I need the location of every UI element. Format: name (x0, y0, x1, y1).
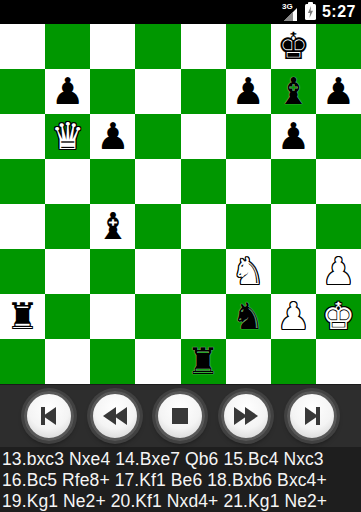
rewind-icon (104, 407, 126, 425)
white-pawn-h3: ♟ (322, 249, 355, 294)
playback-controls (0, 384, 361, 447)
square-f2[interactable]: ♞ (226, 294, 271, 339)
square-g1[interactable] (271, 339, 316, 384)
white-king-h2: ♚ (322, 294, 355, 339)
square-h5[interactable] (316, 159, 361, 204)
square-b5[interactable] (45, 159, 90, 204)
square-b8[interactable] (45, 24, 90, 69)
square-a7[interactable] (0, 69, 45, 114)
square-c4[interactable]: ♝ (90, 204, 135, 249)
square-a5[interactable] (0, 159, 45, 204)
square-a2[interactable]: ♜ (0, 294, 45, 339)
square-h6[interactable] (316, 114, 361, 159)
square-d4[interactable] (135, 204, 180, 249)
square-e4[interactable] (181, 204, 226, 249)
black-rook-e1: ♜ (186, 339, 219, 384)
square-e7[interactable] (181, 69, 226, 114)
black-knight-f2: ♞ (232, 294, 265, 339)
square-g5[interactable] (271, 159, 316, 204)
square-b6[interactable]: ♛ (45, 114, 90, 159)
move-list: 13.bxc3 Nxe4 14.Bxe7 Qb6 15.Bc4 Nxc3 16.… (0, 447, 361, 512)
square-b1[interactable] (45, 339, 90, 384)
square-c8[interactable] (90, 24, 135, 69)
square-b4[interactable] (45, 204, 90, 249)
square-e1[interactable]: ♜ (181, 339, 226, 384)
square-g6[interactable]: ♟ (271, 114, 316, 159)
square-f5[interactable] (226, 159, 271, 204)
square-b7[interactable]: ♟ (45, 69, 90, 114)
square-a6[interactable] (0, 114, 45, 159)
square-e8[interactable] (181, 24, 226, 69)
move-line-3: 19.Kg1 Ne2+ 20.Kf1 Nxd4+ 21.Kg1 Ne2+ (2, 491, 361, 512)
square-e5[interactable] (181, 159, 226, 204)
move-line-1: 13.bxc3 Nxe4 14.Bxe7 Qb6 15.Bc4 Nxc3 (2, 449, 361, 470)
square-a4[interactable] (0, 204, 45, 249)
square-f1[interactable] (226, 339, 271, 384)
square-c7[interactable] (90, 69, 135, 114)
square-c2[interactable] (90, 294, 135, 339)
square-f3[interactable]: ♞ (226, 249, 271, 294)
square-a3[interactable] (0, 249, 45, 294)
white-knight-f3: ♞ (232, 249, 265, 294)
square-d3[interactable] (135, 249, 180, 294)
square-d8[interactable] (135, 24, 180, 69)
black-king-g8: ♚ (277, 24, 310, 69)
square-h7[interactable]: ♟ (316, 69, 361, 114)
rewind-button[interactable] (90, 391, 140, 441)
square-d2[interactable] (135, 294, 180, 339)
square-b3[interactable] (45, 249, 90, 294)
square-f7[interactable]: ♟ (226, 69, 271, 114)
square-f8[interactable] (226, 24, 271, 69)
battery-charging-icon (305, 4, 316, 20)
square-d5[interactable] (135, 159, 180, 204)
black-bishop-c4: ♝ (96, 204, 129, 249)
square-a8[interactable] (0, 24, 45, 69)
square-h1[interactable] (316, 339, 361, 384)
move-line-2: 16.Bc5 Rfe8+ 17.Kf1 Be6 18.Bxb6 Bxc4+ (2, 470, 361, 491)
status-clock: 5:27 (322, 3, 356, 21)
square-d6[interactable] (135, 114, 180, 159)
square-h8[interactable] (316, 24, 361, 69)
square-a1[interactable] (0, 339, 45, 384)
square-g7[interactable]: ♝ (271, 69, 316, 114)
square-e2[interactable] (181, 294, 226, 339)
status-bar: 3G 5:27 (0, 0, 361, 24)
white-queen-b6: ♛ (51, 114, 84, 159)
square-g8[interactable]: ♚ (271, 24, 316, 69)
square-f6[interactable] (226, 114, 271, 159)
chess-board: ♚♟♟♝♟♛♟♟♝♞♟♜♞♟♚♜ (0, 24, 361, 384)
square-c1[interactable] (90, 339, 135, 384)
black-bishop-g7: ♝ (277, 69, 310, 114)
black-pawn-b7: ♟ (51, 69, 84, 114)
square-g3[interactable] (271, 249, 316, 294)
black-pawn-c6: ♟ (96, 114, 129, 159)
square-h2[interactable]: ♚ (316, 294, 361, 339)
square-g4[interactable] (271, 204, 316, 249)
square-c6[interactable]: ♟ (90, 114, 135, 159)
black-pawn-h7: ♟ (322, 69, 355, 114)
square-c5[interactable] (90, 159, 135, 204)
skip-to-end-button[interactable] (287, 391, 337, 441)
white-pawn-g2: ♟ (277, 294, 310, 339)
stop-icon (173, 408, 187, 424)
network-type-label: 3G (282, 3, 293, 11)
square-e3[interactable] (181, 249, 226, 294)
skip-to-start-icon (42, 407, 55, 425)
black-pawn-g6: ♟ (277, 114, 310, 159)
skip-to-start-button[interactable] (24, 391, 74, 441)
black-pawn-f7: ♟ (232, 69, 265, 114)
square-e6[interactable] (181, 114, 226, 159)
fast-forward-button[interactable] (221, 391, 271, 441)
stop-button[interactable] (155, 391, 205, 441)
square-h4[interactable] (316, 204, 361, 249)
square-b2[interactable] (45, 294, 90, 339)
fast-forward-icon (235, 407, 257, 425)
charging-bolt-icon (307, 6, 314, 18)
square-f4[interactable] (226, 204, 271, 249)
square-h3[interactable]: ♟ (316, 249, 361, 294)
square-d1[interactable] (135, 339, 180, 384)
skip-to-end-icon (306, 407, 319, 425)
network-signal-icon: 3G (284, 3, 297, 21)
square-c3[interactable] (90, 249, 135, 294)
square-g2[interactable]: ♟ (271, 294, 316, 339)
black-rook-a2: ♜ (6, 294, 39, 339)
square-d7[interactable] (135, 69, 180, 114)
